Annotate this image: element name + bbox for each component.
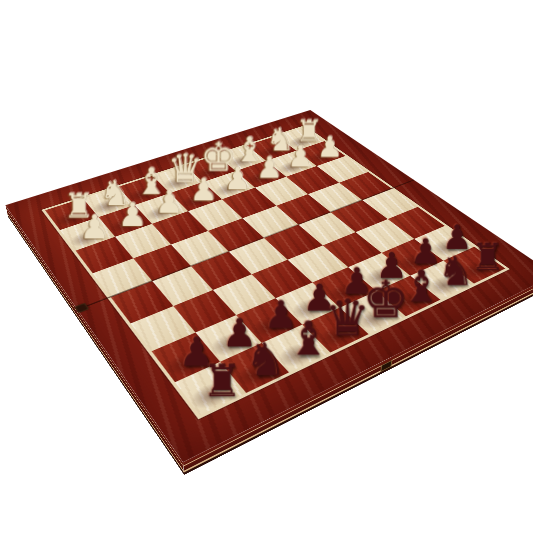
- square-d8[interactable]: [301, 307, 368, 352]
- product-photo-stage: ♜♞♝♛♚♝♞♜♟♟♟♟♟♟♟♟♟♟♟♟♟♟♟♟♜♞♝♛♚♝♞♜: [0, 0, 533, 533]
- square-a7[interactable]: [152, 333, 220, 382]
- square-f8[interactable]: [376, 275, 441, 316]
- square-e6[interactable]: [287, 245, 348, 282]
- board-field: [41, 125, 509, 419]
- scene: ♜♞♝♛♚♝♞♜♟♟♟♟♟♟♟♟♟♟♟♟♟♟♟♟♜♞♝♛♚♝♞♜: [0, 0, 533, 533]
- square-a6[interactable]: [130, 306, 195, 351]
- square-h8[interactable]: [443, 246, 506, 283]
- square-e8[interactable]: [339, 291, 405, 334]
- square-a3[interactable]: [76, 237, 133, 273]
- clasp-icon: [380, 360, 392, 372]
- square-e7[interactable]: [312, 267, 375, 307]
- square-g7[interactable]: [382, 239, 443, 275]
- square-b5[interactable]: [152, 266, 213, 306]
- square-a8[interactable]: [175, 362, 246, 415]
- square-a5[interactable]: [111, 281, 173, 323]
- square-d6[interactable]: [251, 259, 312, 298]
- square-g8[interactable]: [410, 261, 474, 300]
- square-b6[interactable]: [173, 290, 237, 333]
- square-c6[interactable]: [213, 274, 276, 315]
- square-c7[interactable]: [236, 298, 301, 342]
- square-d7[interactable]: [275, 282, 339, 324]
- square-b7[interactable]: [195, 315, 261, 362]
- square-c8[interactable]: [261, 324, 329, 372]
- square-c5[interactable]: [191, 252, 251, 290]
- chess-board: ♜♞♝♛♚♝♞♜♟♟♟♟♟♟♟♟♟♟♟♟♟♟♟♟♜♞♝♛♚♝♞♜: [5, 110, 533, 462]
- square-b8[interactable]: [219, 343, 289, 394]
- square-f7[interactable]: [348, 253, 410, 291]
- board-frame: ♜♞♝♛♚♝♞♜♟♟♟♟♟♟♟♟♟♟♟♟♟♟♟♟♜♞♝♛♚♝♞♜: [5, 110, 533, 462]
- square-d5[interactable]: [228, 238, 287, 274]
